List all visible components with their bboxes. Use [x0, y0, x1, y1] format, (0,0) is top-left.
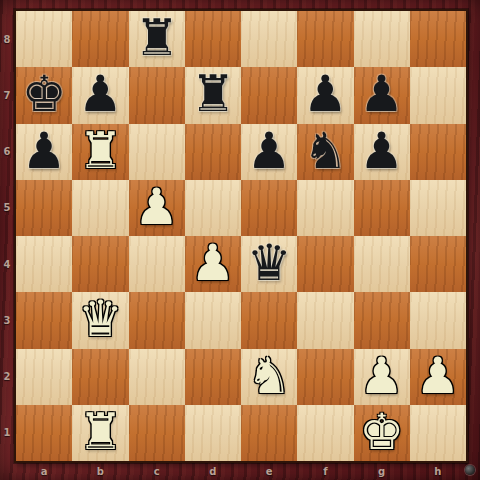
piece-black-king[interactable]: ♚ [22, 69, 67, 119]
square-f2[interactable] [297, 349, 353, 405]
piece-black-pawn[interactable]: ♟ [359, 126, 404, 176]
piece-black-queen[interactable]: ♛ [247, 238, 292, 288]
square-e5[interactable] [241, 180, 297, 236]
square-a8[interactable] [16, 11, 72, 67]
file-label-g: g [375, 465, 389, 477]
square-h1[interactable] [410, 405, 466, 461]
square-d7[interactable]: ♜ [185, 67, 241, 123]
square-c3[interactable] [129, 292, 185, 348]
piece-white-pawn[interactable]: ♟ [359, 351, 404, 401]
file-label-f: f [318, 465, 332, 477]
square-b2[interactable] [72, 349, 128, 405]
piece-white-king[interactable]: ♚ [359, 407, 404, 457]
square-e4[interactable]: ♛ [241, 236, 297, 292]
rank-label-5: 5 [0, 202, 14, 214]
piece-black-knight[interactable]: ♞ [303, 126, 348, 176]
piece-white-pawn[interactable]: ♟ [190, 238, 235, 288]
square-d5[interactable] [185, 180, 241, 236]
square-e2[interactable]: ♞ [241, 349, 297, 405]
chess-diagram: ♜♚♟♜♟♟♟♜♟♞♟♟♟♛♛♞♟♟♜♚ 87654321abcdefgh [0, 0, 480, 480]
square-a5[interactable] [16, 180, 72, 236]
file-label-h: h [431, 465, 445, 477]
square-e3[interactable] [241, 292, 297, 348]
square-e1[interactable] [241, 405, 297, 461]
square-h2[interactable]: ♟ [410, 349, 466, 405]
rank-label-3: 3 [0, 314, 14, 326]
square-c8[interactable]: ♜ [129, 11, 185, 67]
piece-black-pawn[interactable]: ♟ [22, 126, 67, 176]
square-f7[interactable]: ♟ [297, 67, 353, 123]
square-b7[interactable]: ♟ [72, 67, 128, 123]
file-label-d: d [206, 465, 220, 477]
square-d6[interactable] [185, 124, 241, 180]
square-e8[interactable] [241, 11, 297, 67]
piece-white-rook[interactable]: ♜ [78, 407, 123, 457]
square-c7[interactable] [129, 67, 185, 123]
square-a7[interactable]: ♚ [16, 67, 72, 123]
piece-black-pawn[interactable]: ♟ [247, 126, 292, 176]
square-b4[interactable] [72, 236, 128, 292]
square-a6[interactable]: ♟ [16, 124, 72, 180]
square-d3[interactable] [185, 292, 241, 348]
piece-black-rook[interactable]: ♜ [134, 13, 179, 63]
square-g6[interactable]: ♟ [354, 124, 410, 180]
piece-white-pawn[interactable]: ♟ [134, 182, 179, 232]
square-a4[interactable] [16, 236, 72, 292]
square-b6[interactable]: ♜ [72, 124, 128, 180]
square-g7[interactable]: ♟ [354, 67, 410, 123]
piece-white-knight[interactable]: ♞ [247, 351, 292, 401]
rank-label-7: 7 [0, 89, 14, 101]
square-c4[interactable] [129, 236, 185, 292]
square-g1[interactable]: ♚ [354, 405, 410, 461]
square-f3[interactable] [297, 292, 353, 348]
square-b5[interactable] [72, 180, 128, 236]
piece-white-pawn[interactable]: ♟ [415, 351, 460, 401]
square-c5[interactable]: ♟ [129, 180, 185, 236]
square-h4[interactable] [410, 236, 466, 292]
rank-label-4: 4 [0, 258, 14, 270]
square-h7[interactable] [410, 67, 466, 123]
file-label-b: b [93, 465, 107, 477]
piece-black-rook[interactable]: ♜ [190, 69, 235, 119]
square-h3[interactable] [410, 292, 466, 348]
piece-white-queen[interactable]: ♛ [78, 294, 123, 344]
square-a1[interactable] [16, 405, 72, 461]
square-c6[interactable] [129, 124, 185, 180]
square-g4[interactable] [354, 236, 410, 292]
black-to-move-indicator [465, 465, 475, 475]
square-b1[interactable]: ♜ [72, 405, 128, 461]
rank-label-8: 8 [0, 33, 14, 45]
rank-label-1: 1 [0, 427, 14, 439]
file-label-a: a [37, 465, 51, 477]
square-c1[interactable] [129, 405, 185, 461]
piece-black-pawn[interactable]: ♟ [303, 69, 348, 119]
square-d8[interactable] [185, 11, 241, 67]
square-d2[interactable] [185, 349, 241, 405]
piece-black-pawn[interactable]: ♟ [78, 69, 123, 119]
square-f5[interactable] [297, 180, 353, 236]
square-h8[interactable] [410, 11, 466, 67]
square-e7[interactable] [241, 67, 297, 123]
square-e6[interactable]: ♟ [241, 124, 297, 180]
file-label-c: c [150, 465, 164, 477]
square-f4[interactable] [297, 236, 353, 292]
square-d1[interactable] [185, 405, 241, 461]
square-g2[interactable]: ♟ [354, 349, 410, 405]
square-h6[interactable] [410, 124, 466, 180]
square-g5[interactable] [354, 180, 410, 236]
square-g3[interactable] [354, 292, 410, 348]
square-f8[interactable] [297, 11, 353, 67]
square-f6[interactable]: ♞ [297, 124, 353, 180]
rank-label-6: 6 [0, 146, 14, 158]
square-h5[interactable] [410, 180, 466, 236]
chess-board: ♜♚♟♜♟♟♟♜♟♞♟♟♟♛♛♞♟♟♜♚ [14, 9, 468, 463]
piece-white-rook[interactable]: ♜ [78, 126, 123, 176]
square-b3[interactable]: ♛ [72, 292, 128, 348]
square-g8[interactable] [354, 11, 410, 67]
piece-black-pawn[interactable]: ♟ [359, 69, 404, 119]
square-d4[interactable]: ♟ [185, 236, 241, 292]
square-a3[interactable] [16, 292, 72, 348]
rank-label-2: 2 [0, 371, 14, 383]
square-a2[interactable] [16, 349, 72, 405]
square-b8[interactable] [72, 11, 128, 67]
file-label-e: e [262, 465, 276, 477]
square-c2[interactable] [129, 349, 185, 405]
square-f1[interactable] [297, 405, 353, 461]
